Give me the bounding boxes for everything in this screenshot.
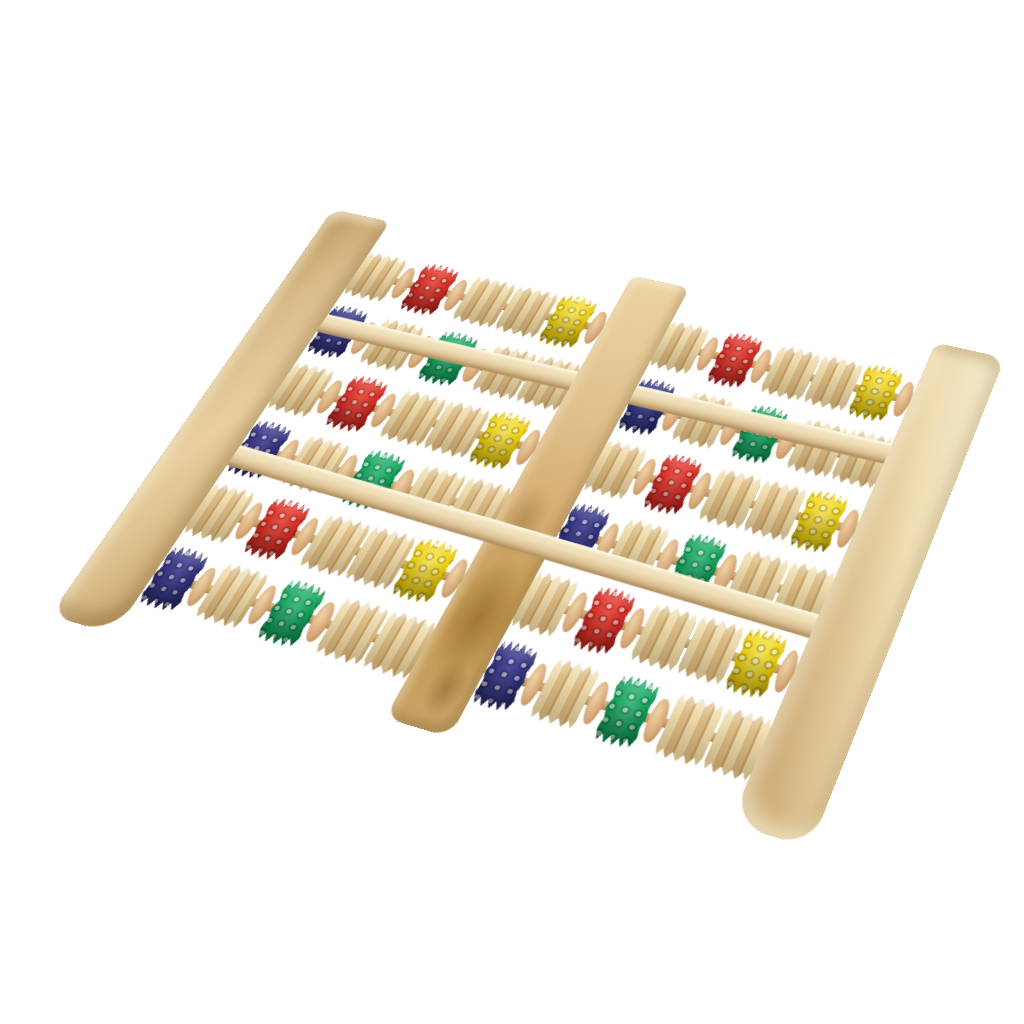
product-photo-scene: Angled overhead photo of a dual wooden f… [0,0,1024,1024]
foot-roller-board [50,209,1005,848]
